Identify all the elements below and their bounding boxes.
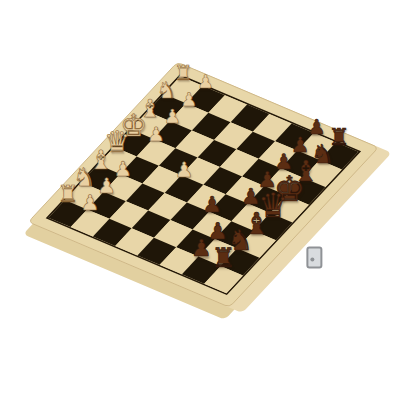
chess-set-photo: ♜♞♝♛♚♝♞♜♟♟♟♟♟♟♟♟♟♟♟♟♟♟♟♟♜♞♝♛♚♝♞♜ [0, 0, 400, 400]
white-rook: ♜ [169, 57, 197, 90]
black-rook: ♜ [323, 118, 355, 156]
black-pawn: ♟ [301, 109, 333, 146]
board-clasp [306, 247, 322, 269]
board-frame: ♜♞♝♛♚♝♞♜♟♟♟♟♟♟♟♟♟♟♟♟♟♟♟♟♜♞♝♛♚♝♞♜ [28, 62, 379, 308]
